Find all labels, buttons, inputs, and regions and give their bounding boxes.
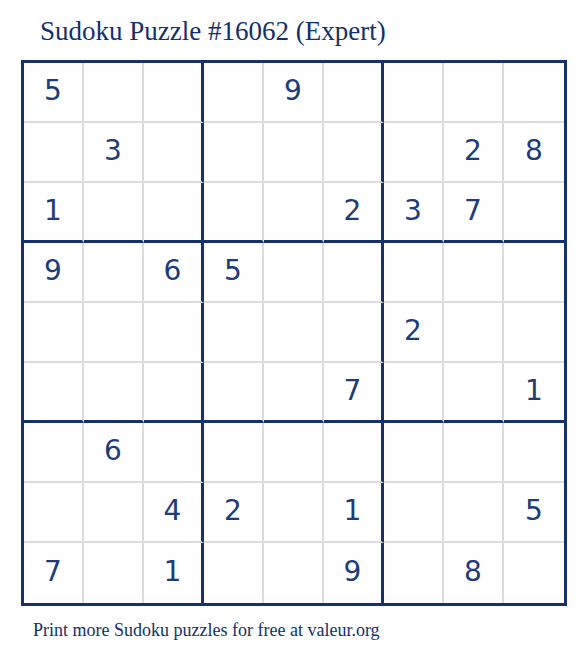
cell-r9c7 xyxy=(384,543,444,603)
given-digit: 1 xyxy=(44,197,62,225)
cell-r8c4: 2 xyxy=(204,483,264,543)
sudoku-grid: 593281237965271642157198 xyxy=(21,60,567,606)
given-digit: 8 xyxy=(464,558,482,586)
given-digit: 6 xyxy=(104,437,122,465)
cell-r7c1 xyxy=(24,423,84,483)
given-digit: 2 xyxy=(224,497,242,525)
cell-r8c2 xyxy=(84,483,144,543)
cell-r4c3: 6 xyxy=(144,243,204,303)
given-digit: 5 xyxy=(44,77,62,105)
cell-r5c5 xyxy=(264,303,324,363)
cell-r7c5 xyxy=(264,423,324,483)
cell-r1c3 xyxy=(144,63,204,123)
cell-r5c1 xyxy=(24,303,84,363)
cell-r3c4 xyxy=(204,183,264,243)
cell-r9c5 xyxy=(264,543,324,603)
given-digit: 3 xyxy=(404,197,422,225)
given-digit: 1 xyxy=(525,377,543,405)
cell-r1c7 xyxy=(384,63,444,123)
cell-r4c6 xyxy=(324,243,384,303)
cell-r1c5: 9 xyxy=(264,63,324,123)
cell-r5c9 xyxy=(504,303,564,363)
given-digit: 3 xyxy=(104,137,122,165)
cell-r1c2 xyxy=(84,63,144,123)
cell-r6c6: 7 xyxy=(324,363,384,423)
cell-r7c6 xyxy=(324,423,384,483)
given-digit: 4 xyxy=(164,497,182,525)
cell-r2c7 xyxy=(384,123,444,183)
cell-r1c8 xyxy=(444,63,504,123)
given-digit: 7 xyxy=(44,558,62,586)
cell-r9c8: 8 xyxy=(444,543,504,603)
given-digit: 1 xyxy=(344,497,362,525)
given-digit: 5 xyxy=(525,497,543,525)
cell-r4c4: 5 xyxy=(204,243,264,303)
cell-r7c8 xyxy=(444,423,504,483)
cell-r4c1: 9 xyxy=(24,243,84,303)
cell-r6c1 xyxy=(24,363,84,423)
cell-r3c3 xyxy=(144,183,204,243)
cell-r5c8 xyxy=(444,303,504,363)
cell-r9c1: 7 xyxy=(24,543,84,603)
cell-r7c3 xyxy=(144,423,204,483)
cell-r1c6 xyxy=(324,63,384,123)
cell-r3c5 xyxy=(264,183,324,243)
cell-r9c2 xyxy=(84,543,144,603)
cell-r9c6: 9 xyxy=(324,543,384,603)
given-digit: 8 xyxy=(525,137,543,165)
cell-r2c9: 8 xyxy=(504,123,564,183)
cell-r4c5 xyxy=(264,243,324,303)
given-digit: 2 xyxy=(344,197,362,225)
given-digit: 9 xyxy=(344,558,362,586)
cell-r7c9 xyxy=(504,423,564,483)
cell-r6c2 xyxy=(84,363,144,423)
cell-r2c5 xyxy=(264,123,324,183)
cell-r8c8 xyxy=(444,483,504,543)
cell-r9c9 xyxy=(504,543,564,603)
cell-r6c9: 1 xyxy=(504,363,564,423)
given-digit: 7 xyxy=(464,197,482,225)
cell-r3c7: 3 xyxy=(384,183,444,243)
cell-r4c8 xyxy=(444,243,504,303)
sudoku-page: Sudoku Puzzle #16062 (Expert) 5932812379… xyxy=(0,0,580,651)
given-digit: 7 xyxy=(344,377,362,405)
cell-r9c3: 1 xyxy=(144,543,204,603)
cell-r6c3 xyxy=(144,363,204,423)
given-digit: 9 xyxy=(284,77,302,105)
cell-r2c6 xyxy=(324,123,384,183)
cell-r7c4 xyxy=(204,423,264,483)
given-digit: 9 xyxy=(44,257,62,285)
cell-r3c2 xyxy=(84,183,144,243)
cell-r2c1 xyxy=(24,123,84,183)
given-digit: 2 xyxy=(464,137,482,165)
cell-r5c2 xyxy=(84,303,144,363)
cell-r2c3 xyxy=(144,123,204,183)
cell-r8c5 xyxy=(264,483,324,543)
given-digit: 2 xyxy=(404,317,422,345)
cell-r7c2: 6 xyxy=(84,423,144,483)
cell-r4c2 xyxy=(84,243,144,303)
cell-r1c4 xyxy=(204,63,264,123)
cell-r3c6: 2 xyxy=(324,183,384,243)
cell-r9c4 xyxy=(204,543,264,603)
cell-r5c4 xyxy=(204,303,264,363)
cell-r7c7 xyxy=(384,423,444,483)
cell-r3c8: 7 xyxy=(444,183,504,243)
cell-r1c1: 5 xyxy=(24,63,84,123)
cell-r4c9 xyxy=(504,243,564,303)
page-title: Sudoku Puzzle #16062 (Expert) xyxy=(40,16,386,47)
cell-r3c9 xyxy=(504,183,564,243)
cell-r8c9: 5 xyxy=(504,483,564,543)
cell-r8c1 xyxy=(24,483,84,543)
cell-r6c8 xyxy=(444,363,504,423)
cell-r2c2: 3 xyxy=(84,123,144,183)
cell-r6c5 xyxy=(264,363,324,423)
given-digit: 1 xyxy=(164,558,182,586)
cell-r5c7: 2 xyxy=(384,303,444,363)
cell-r5c3 xyxy=(144,303,204,363)
cell-r3c1: 1 xyxy=(24,183,84,243)
cell-r2c8: 2 xyxy=(444,123,504,183)
cell-r6c4 xyxy=(204,363,264,423)
cell-r2c4 xyxy=(204,123,264,183)
cell-r8c7 xyxy=(384,483,444,543)
given-digit: 5 xyxy=(224,257,242,285)
cell-r1c9 xyxy=(504,63,564,123)
given-digit: 6 xyxy=(164,257,182,285)
footer-text: Print more Sudoku puzzles for free at va… xyxy=(33,620,380,641)
cell-r8c3: 4 xyxy=(144,483,204,543)
cell-r6c7 xyxy=(384,363,444,423)
cell-r8c6: 1 xyxy=(324,483,384,543)
cell-r4c7 xyxy=(384,243,444,303)
cell-r5c6 xyxy=(324,303,384,363)
